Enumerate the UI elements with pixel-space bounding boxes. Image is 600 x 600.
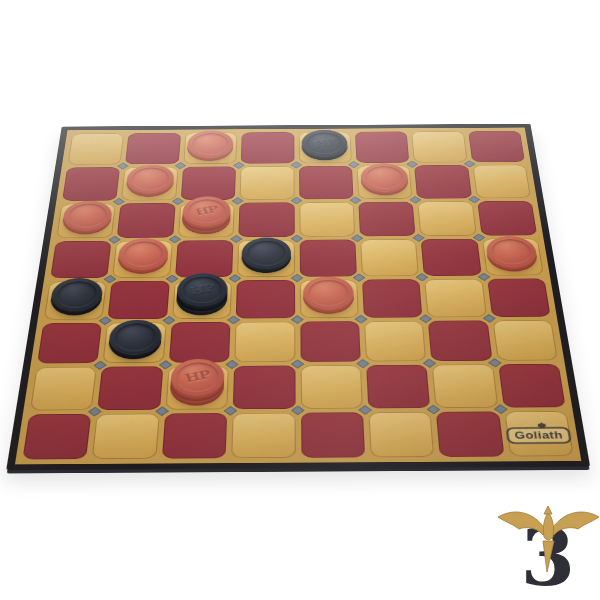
square-r2c5[interactable] [299, 166, 354, 199]
square-r6c2[interactable] [103, 322, 167, 363]
square-r1c7[interactable] [411, 131, 467, 163]
hp-monogram: HP [194, 204, 220, 218]
red-man-piece[interactable] [303, 276, 354, 310]
square-r7c4[interactable] [233, 366, 295, 409]
square-r7c1[interactable] [30, 367, 97, 410]
square-r4c4[interactable] [237, 240, 294, 277]
square-r5c4[interactable] [236, 280, 295, 319]
goliath-crown-icon: ♚ [536, 421, 547, 429]
red-man-piece[interactable] [126, 165, 175, 194]
red-king-piece[interactable]: HP [170, 359, 225, 396]
hp-monogram: HP [189, 282, 216, 298]
red-man-piece[interactable] [61, 201, 113, 231]
square-r5c7[interactable] [424, 279, 486, 318]
hp-monogram: HP [184, 368, 213, 386]
square-r1c5[interactable]: HP [298, 132, 351, 164]
square-r4c2[interactable] [113, 241, 173, 278]
goliath-logo-text: Goliath [514, 429, 564, 440]
board-grid: HPHPHPHP ♚ Goliath [15, 128, 581, 465]
square-r8c7[interactable] [436, 411, 504, 457]
square-r6c5[interactable] [300, 321, 361, 362]
square-r8c2[interactable] [92, 413, 159, 459]
square-r2c4[interactable] [240, 166, 294, 199]
square-r7c5[interactable] [300, 365, 363, 408]
square-r3c2[interactable] [117, 203, 175, 238]
hp-monogram: HP [312, 136, 337, 149]
product-photo-scene: HPHPHPHP ♚ Goliath 3 [0, 0, 600, 600]
square-r3c5[interactable] [299, 202, 355, 237]
square-r4c3[interactable] [175, 240, 234, 277]
square-r5c6[interactable] [362, 279, 423, 318]
square-r1c4[interactable] [241, 132, 294, 164]
square-r1c1[interactable] [68, 133, 125, 165]
square-r8c5[interactable] [301, 412, 365, 458]
square-r2c8[interactable] [472, 165, 531, 198]
square-r5c5[interactable] [300, 279, 359, 318]
red-man-piece[interactable] [187, 130, 234, 157]
checkers-board: HPHPHPHP ♚ Goliath [6, 124, 590, 470]
square-r4c5[interactable] [299, 240, 357, 277]
square-r8c4[interactable] [231, 412, 295, 458]
square-r7c7[interactable] [432, 364, 498, 407]
square-r5c2[interactable] [108, 280, 170, 319]
red-king-piece[interactable]: HP [182, 197, 231, 227]
black-man-piece[interactable] [108, 319, 163, 354]
square-r1c2[interactable] [125, 133, 181, 165]
square-r4c6[interactable] [360, 239, 419, 276]
watermark: 3 [492, 500, 600, 600]
black-man-piece[interactable]: HP [302, 129, 348, 156]
square-r3c1[interactable] [56, 203, 116, 238]
square-r2c7[interactable] [414, 165, 471, 198]
square-r3c7[interactable] [418, 201, 477, 236]
square-r3c3[interactable]: HP [178, 203, 235, 238]
square-r7c2[interactable] [98, 366, 163, 409]
square-r7c8[interactable] [498, 364, 566, 407]
black-man-piece[interactable] [241, 237, 291, 269]
square-r6c1[interactable] [37, 323, 102, 364]
square-r5c8[interactable] [487, 278, 551, 317]
square-r4c1[interactable] [50, 241, 112, 278]
square-r5c3[interactable]: HP [172, 280, 232, 319]
square-r1c6[interactable] [355, 131, 410, 163]
square-r8c3[interactable] [162, 413, 228, 459]
square-r6c4[interactable] [234, 322, 294, 363]
square-r1c8[interactable] [468, 131, 525, 163]
goliath-logo: ♚ Goliath [506, 427, 572, 444]
red-man-piece[interactable] [117, 238, 169, 270]
square-r2c6[interactable] [357, 166, 413, 199]
black-man-piece[interactable] [49, 278, 104, 312]
black-king-piece[interactable]: HP [176, 273, 228, 306]
square-r2c3[interactable] [180, 167, 236, 200]
square-r7c3[interactable]: HP [165, 366, 229, 409]
square-r6c3[interactable] [169, 322, 231, 363]
square-r6c8[interactable] [492, 320, 558, 361]
watermark-eagle-icon [492, 502, 600, 574]
red-man-piece[interactable] [485, 236, 539, 268]
square-r2c2[interactable] [121, 167, 178, 200]
square-r8c1[interactable] [22, 414, 91, 460]
square-r1c3[interactable] [183, 132, 237, 164]
square-r4c7[interactable] [421, 239, 482, 276]
square-r3c6[interactable] [358, 201, 416, 236]
square-r4c8[interactable] [482, 238, 544, 275]
square-r6c7[interactable] [428, 320, 492, 361]
square-r8c6[interactable] [368, 412, 434, 458]
square-r6c6[interactable] [364, 321, 426, 362]
square-r7c6[interactable] [366, 365, 430, 408]
square-r2c1[interactable] [62, 167, 120, 200]
square-r3c4[interactable] [238, 202, 294, 237]
square-r5c1[interactable] [44, 281, 107, 320]
square-r8c8[interactable]: ♚ Goliath [504, 411, 574, 457]
square-r3c8[interactable] [477, 201, 537, 236]
red-man-piece[interactable] [360, 163, 409, 192]
